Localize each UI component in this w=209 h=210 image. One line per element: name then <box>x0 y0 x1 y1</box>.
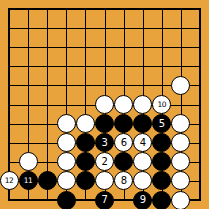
black-stone-7: 7 <box>95 191 114 210</box>
move-number-label: 9 <box>140 195 146 205</box>
black-stone <box>152 191 171 210</box>
white-stone-12: 12 <box>0 171 19 190</box>
black-stone <box>38 171 57 190</box>
move-number-label: 3 <box>102 138 108 148</box>
go-board-diagram: 10536421211879 <box>0 0 209 209</box>
move-number-label: 5 <box>159 119 165 129</box>
move-number-label: 12 <box>5 177 14 185</box>
black-stone-9: 9 <box>133 191 152 210</box>
white-stone <box>57 152 76 171</box>
move-number-label: 7 <box>102 195 108 205</box>
move-number-label: 2 <box>102 157 108 167</box>
black-stone-11: 11 <box>19 171 38 190</box>
black-stone <box>76 133 95 152</box>
white-stone <box>114 95 133 114</box>
move-number-label: 4 <box>140 138 146 148</box>
white-stone <box>95 95 114 114</box>
move-number-label: 8 <box>121 176 127 186</box>
move-number-label: 10 <box>158 101 167 109</box>
black-stone <box>95 114 114 133</box>
white-stone <box>171 191 190 210</box>
white-stone <box>19 152 38 171</box>
white-stone <box>76 114 95 133</box>
move-number-label: 6 <box>121 138 127 148</box>
white-stone <box>57 133 76 152</box>
white-stone <box>57 114 76 133</box>
black-stone <box>57 191 76 210</box>
move-number-label: 11 <box>24 177 33 185</box>
